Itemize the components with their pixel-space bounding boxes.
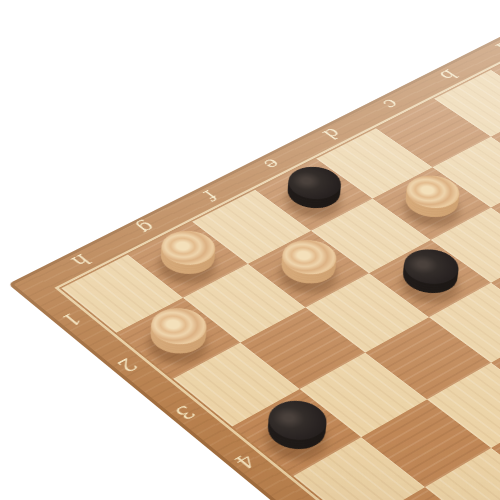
piece-white-d2[interactable] — [395, 180, 469, 226]
piece-black-h4[interactable] — [256, 405, 337, 460]
checkers-board: hgfedcba 12345678 — [8, 14, 500, 500]
scene-background: hgfedcba 12345678 — [0, 0, 500, 500]
piece-white-f2[interactable] — [270, 245, 346, 293]
piece-white-h2[interactable] — [139, 312, 217, 363]
piece-black-e1[interactable] — [277, 172, 351, 217]
